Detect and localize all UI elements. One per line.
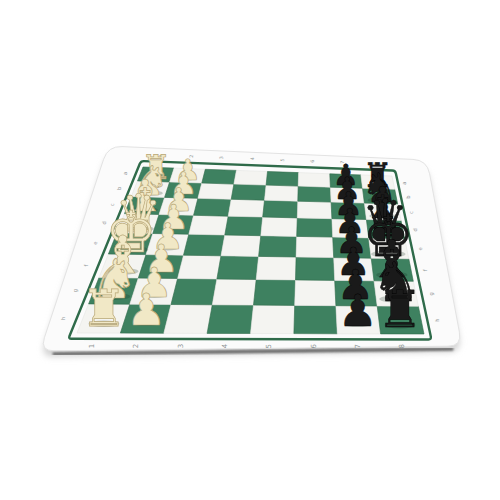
square-d6[interactable] [297,218,333,237]
square-a3[interactable] [202,169,237,184]
square-b6[interactable] [298,186,331,202]
square-f5[interactable] [256,256,296,280]
square-g6[interactable] [295,280,336,306]
file-label-right-a: a [402,182,408,185]
rank-label-bottom-5: 5 [265,344,273,348]
piece-black-rook-h8[interactable]: ♜ [377,279,423,339]
square-d4[interactable] [225,216,263,236]
square-c4[interactable] [228,199,264,217]
square-h3[interactable] [164,305,213,334]
rank-label-bottom-2: 2 [132,344,140,348]
rank-label-bottom-6: 6 [310,343,318,348]
rank-label-bottom-1: 1 [88,344,96,348]
square-e4[interactable] [221,235,261,256]
piece-white-rook-h1[interactable]: ♜ [81,278,127,338]
square-a4[interactable] [234,170,268,185]
square-a5[interactable] [266,172,299,187]
rank-label-bottom-4: 4 [221,343,229,348]
chess-board: 11hh22gg33ff44ee55dd66cc77bb88aa ♜♟♟♜♞♟♟… [0,0,500,500]
rank-label-top-3: 3 [220,156,225,159]
square-b3[interactable] [198,183,234,199]
file-label-right-g: g [428,292,435,295]
square-f6[interactable] [296,257,335,280]
square-h5[interactable] [251,305,295,334]
square-b4[interactable] [231,184,266,200]
square-e6[interactable] [296,236,334,257]
piece-white-pawn-h2[interactable]: ♟ [126,284,166,335]
square-c3[interactable] [194,198,232,216]
file-label-left-e: e [92,241,98,244]
square-e3[interactable] [184,234,225,256]
square-e5[interactable] [259,236,297,257]
square-g4[interactable] [212,279,256,305]
rank-label-top-6: 6 [310,160,315,163]
square-b5[interactable] [265,185,299,201]
square-f3[interactable] [178,255,221,279]
square-c6[interactable] [297,201,332,219]
rank-label-bottom-3: 3 [177,344,185,348]
square-a6[interactable] [298,173,330,188]
square-h6[interactable] [294,305,337,333]
rank-label-bottom-8: 8 [398,344,406,348]
rank-label-bottom-7: 7 [354,344,362,348]
rank-label-top-4: 4 [250,157,255,160]
square-f4[interactable] [217,256,259,280]
square-d5[interactable] [261,217,298,236]
file-label-left-h: h [60,317,66,320]
square-c5[interactable] [263,200,298,218]
file-label-left-f: f [83,265,89,267]
square-g3[interactable] [171,279,217,305]
file-label-left-g: g [72,289,79,292]
square-h4[interactable] [207,305,253,334]
chess-set-photo: 11hh22gg33ff44ee55dd66cc77bb88aa ♜♟♟♜♞♟♟… [0,0,500,500]
rank-label-top-5: 5 [280,158,285,161]
square-g5[interactable] [254,280,296,306]
file-label-right-f: f [422,269,428,271]
square-d3[interactable] [189,215,228,235]
file-label-right-h: h [434,319,440,322]
piece-black-pawn-h7[interactable]: ♟ [338,285,378,336]
